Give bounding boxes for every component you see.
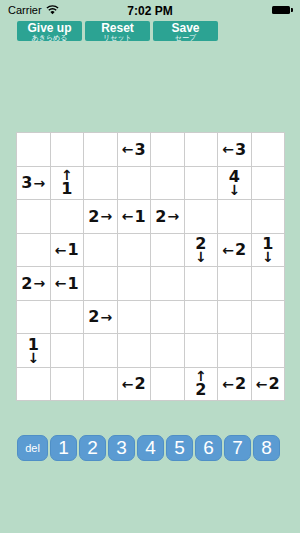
cell-r6c5[interactable] [151, 301, 184, 334]
cell-r5c4[interactable] [118, 267, 151, 300]
cell-r4c5[interactable] [151, 234, 184, 267]
arrow-left-icon: ← [122, 210, 134, 222]
clue-number: 2 [155, 209, 166, 224]
arrow-left-icon: ← [222, 244, 234, 256]
give-up-sublabel: あきらめる [32, 34, 68, 42]
arrow-right-icon: → [167, 210, 179, 222]
clue-number: 2 [88, 309, 99, 324]
board: ←3←33→↑14↓2→←12→←12↓←21↓2→←12→1↓←2↑2←2←2 [16, 132, 285, 401]
arrow-right-icon: → [33, 177, 45, 189]
clue-number: 2 [195, 382, 206, 397]
cell-r7c4[interactable] [118, 334, 151, 367]
cell-r6c2[interactable] [51, 301, 84, 334]
cell-r4c2[interactable]: ←1 [51, 234, 84, 267]
cell-r1c5[interactable] [151, 133, 184, 166]
cell-r6c4[interactable] [118, 301, 151, 334]
digit-button-7[interactable]: 7 [224, 435, 251, 461]
digit-button-3[interactable]: 3 [108, 435, 135, 461]
clue-number: 3 [135, 142, 146, 157]
cell-r3c3[interactable]: 2→ [84, 200, 117, 233]
cell-r2c3[interactable] [84, 167, 117, 200]
cell-r4c7[interactable]: ←2 [218, 234, 251, 267]
cell-r3c5[interactable]: 2→ [151, 200, 184, 233]
digit-label: 3 [116, 437, 127, 459]
clue-1-left: ←1 [55, 276, 79, 291]
clue-1-up: ↑1 [61, 169, 73, 196]
clue-2-right: 2→ [155, 209, 179, 224]
arrow-left-icon: ← [222, 143, 234, 155]
clue-4-down: 4↓ [228, 169, 240, 196]
cell-r3c4[interactable]: ←1 [118, 200, 151, 233]
clue-2-left: ←2 [256, 376, 280, 391]
clue-1-down: 1↓ [262, 236, 274, 263]
cell-r4c8[interactable]: 1↓ [252, 234, 285, 267]
clue-number: 2 [88, 209, 99, 224]
arrow-left-icon: ← [222, 378, 234, 390]
clue-1-down: 1↓ [27, 337, 39, 364]
arrow-right-icon: → [100, 210, 112, 222]
keypad: del 1 2 3 4 5 6 7 8 [17, 435, 280, 461]
arrow-down-icon: ↓ [228, 184, 240, 196]
cell-r6c6[interactable] [185, 301, 218, 334]
cell-r8c6[interactable]: ↑2 [185, 368, 218, 401]
cell-r8c1[interactable] [17, 368, 50, 401]
clue-2-up: ↑2 [195, 370, 207, 397]
clue-number: 1 [68, 276, 79, 291]
cell-r4c6[interactable]: 2↓ [185, 234, 218, 267]
cell-r7c5[interactable] [151, 334, 184, 367]
digit-label: 7 [232, 437, 243, 459]
cell-r5c6[interactable] [185, 267, 218, 300]
clue-3-left: ←3 [222, 142, 246, 157]
clue-number: 3 [21, 175, 32, 190]
save-sublabel: セーブ [175, 34, 196, 42]
clue-2-right: 2→ [88, 209, 112, 224]
cell-r2c4[interactable] [118, 167, 151, 200]
cell-r1c4[interactable]: ←3 [118, 133, 151, 166]
cell-r7c2[interactable] [51, 334, 84, 367]
clue-number: 1 [135, 209, 146, 224]
status-time: 7:02 PM [0, 4, 300, 18]
clue-2-right: 2→ [88, 309, 112, 324]
clue-2-right: 2→ [21, 276, 45, 291]
status-bar: Carrier 7:02 PM [0, 0, 300, 20]
digit-label: 8 [261, 437, 272, 459]
cell-r3c7[interactable] [218, 200, 251, 233]
battery-icon [272, 6, 290, 14]
cell-r2c1[interactable]: 3→ [17, 167, 50, 200]
cell-r5c5[interactable] [151, 267, 184, 300]
cell-r6c1[interactable] [17, 301, 50, 334]
clue-2-left: ←2 [122, 376, 146, 391]
cell-r2c7[interactable]: 4↓ [218, 167, 251, 200]
clue-3-right: 3→ [21, 175, 45, 190]
arrow-right-icon: → [33, 277, 45, 289]
arrow-left-icon: ← [122, 378, 134, 390]
cell-r3c1[interactable] [17, 200, 50, 233]
cell-r8c2[interactable] [51, 368, 84, 401]
reset-sublabel: リセット [103, 34, 132, 42]
cell-r7c7[interactable] [218, 334, 251, 367]
digit-button-6[interactable]: 6 [195, 435, 222, 461]
toolbar: Give up あきらめる Reset リセット Save セーブ [17, 21, 218, 41]
cell-r4c4[interactable] [118, 234, 151, 267]
digit-label: 5 [174, 437, 185, 459]
arrow-left-icon: ← [256, 378, 268, 390]
arrow-down-icon: ↓ [195, 251, 207, 263]
cell-r5c3[interactable] [84, 267, 117, 300]
cell-r5c1[interactable]: 2→ [17, 267, 50, 300]
clue-2-down: 2↓ [195, 236, 207, 263]
arrow-down-icon: ↓ [27, 352, 39, 364]
clue-3-left: ←3 [122, 142, 146, 157]
clue-number: 1 [61, 181, 72, 196]
clue-2-left: ←2 [222, 242, 246, 257]
cell-r2c8[interactable] [252, 167, 285, 200]
clue-1-left: ←1 [122, 209, 146, 224]
cell-r8c3[interactable] [84, 368, 117, 401]
arrow-right-icon: → [100, 311, 112, 323]
digit-button-4[interactable]: 4 [137, 435, 164, 461]
save-button[interactable]: Save セーブ [153, 21, 218, 41]
delete-label: del [25, 442, 40, 454]
clue-number: 2 [135, 376, 146, 391]
cell-r3c6[interactable] [185, 200, 218, 233]
cell-r1c3[interactable] [84, 133, 117, 166]
digit-button-8[interactable]: 8 [253, 435, 280, 461]
cell-r1c2[interactable] [51, 133, 84, 166]
cell-r5c8[interactable] [252, 267, 285, 300]
cell-r1c7[interactable]: ←3 [218, 133, 251, 166]
clue-number: 2 [269, 376, 280, 391]
cell-r2c5[interactable] [151, 167, 184, 200]
arrow-down-icon: ↓ [262, 251, 274, 263]
cell-r1c6[interactable] [185, 133, 218, 166]
cell-r3c8[interactable] [252, 200, 285, 233]
cell-r7c3[interactable] [84, 334, 117, 367]
cell-r8c8[interactable]: ←2 [252, 368, 285, 401]
cell-r4c1[interactable] [17, 234, 50, 267]
digit-label: 1 [58, 437, 69, 459]
cell-r1c1[interactable] [17, 133, 50, 166]
cell-r1c8[interactable] [252, 133, 285, 166]
clue-2-left: ←2 [222, 376, 246, 391]
reset-button[interactable]: Reset リセット [85, 21, 150, 41]
cell-r2c6[interactable] [185, 167, 218, 200]
cell-r7c6[interactable] [185, 334, 218, 367]
arrow-left-icon: ← [122, 143, 134, 155]
digit-label: 2 [87, 437, 98, 459]
cell-r3c2[interactable] [51, 200, 84, 233]
cell-r6c3[interactable]: 2→ [84, 301, 117, 334]
digit-button-5[interactable]: 5 [166, 435, 193, 461]
digit-button-2[interactable]: 2 [79, 435, 106, 461]
give-up-button[interactable]: Give up あきらめる [17, 21, 82, 41]
cell-r2c2[interactable]: ↑1 [51, 167, 84, 200]
clue-number: 2 [21, 276, 32, 291]
digit-label: 6 [203, 437, 214, 459]
arrow-left-icon: ← [55, 277, 67, 289]
digit-button-1[interactable]: 1 [50, 435, 77, 461]
cell-r6c8[interactable] [252, 301, 285, 334]
delete-button[interactable]: del [17, 435, 48, 461]
cell-r7c1[interactable]: 1↓ [17, 334, 50, 367]
save-label: Save [171, 22, 199, 34]
cell-r8c5[interactable] [151, 368, 184, 401]
app-screen: Carrier 7:02 PM Give up あきらめる Reset リセット… [0, 0, 300, 533]
cell-r6c7[interactable] [218, 301, 251, 334]
digit-label: 4 [145, 437, 156, 459]
reset-label: Reset [101, 22, 134, 34]
cell-r5c2[interactable]: ←1 [51, 267, 84, 300]
arrow-left-icon: ← [55, 244, 67, 256]
clue-number: 3 [235, 142, 246, 157]
cell-r7c8[interactable] [252, 334, 285, 367]
cell-r5c7[interactable] [218, 267, 251, 300]
clue-number: 1 [68, 242, 79, 257]
clue-number: 2 [235, 242, 246, 257]
give-up-label: Give up [27, 22, 71, 34]
cell-r8c4[interactable]: ←2 [118, 368, 151, 401]
clue-number: 2 [235, 376, 246, 391]
cell-r4c3[interactable] [84, 234, 117, 267]
cell-r8c7[interactable]: ←2 [218, 368, 251, 401]
clue-1-left: ←1 [55, 242, 79, 257]
